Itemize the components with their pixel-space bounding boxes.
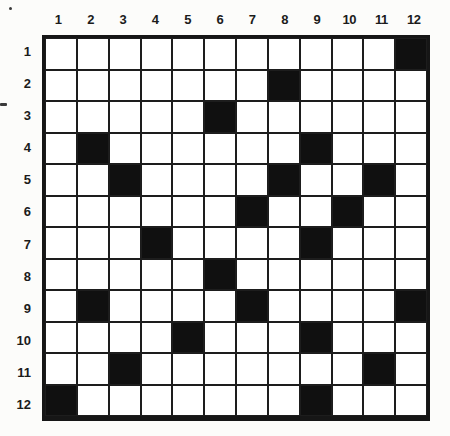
cell-r11c3-block bbox=[109, 353, 141, 385]
cell-r4c10[interactable] bbox=[332, 133, 364, 165]
col-label-4: 4 bbox=[139, 8, 171, 30]
cell-r1c10[interactable] bbox=[332, 38, 364, 70]
cell-r12c9-block bbox=[300, 385, 332, 417]
scan-artifact-dash bbox=[0, 103, 7, 106]
cell-r9c11[interactable] bbox=[363, 290, 395, 322]
cell-r10c8[interactable] bbox=[268, 322, 300, 354]
cell-r12c3[interactable] bbox=[109, 385, 141, 417]
cell-r8c4[interactable] bbox=[141, 259, 173, 291]
row-label-10: 10 bbox=[4, 325, 36, 357]
cell-r12c4[interactable] bbox=[141, 385, 173, 417]
row-label-2: 2 bbox=[4, 67, 36, 99]
row-label-4: 4 bbox=[4, 132, 36, 164]
cell-r10c1[interactable] bbox=[45, 322, 77, 354]
cell-r2c1[interactable] bbox=[45, 70, 77, 102]
cell-r11c4[interactable] bbox=[141, 353, 173, 385]
cell-r5c8-block bbox=[268, 164, 300, 196]
cell-r7c7[interactable] bbox=[236, 227, 268, 259]
cell-r3c8[interactable] bbox=[268, 101, 300, 133]
cell-r4c1[interactable] bbox=[45, 133, 77, 165]
row-label-6: 6 bbox=[4, 196, 36, 228]
cell-r6c12[interactable] bbox=[395, 196, 427, 228]
cell-r12c11[interactable] bbox=[363, 385, 395, 417]
cell-r9c3[interactable] bbox=[109, 290, 141, 322]
cell-r7c5[interactable] bbox=[172, 227, 204, 259]
row-label-12: 12 bbox=[4, 389, 36, 421]
cell-r2c4[interactable] bbox=[141, 70, 173, 102]
cell-r10c3[interactable] bbox=[109, 322, 141, 354]
cell-r5c10[interactable] bbox=[332, 164, 364, 196]
cell-r9c6[interactable] bbox=[204, 290, 236, 322]
row-label-11: 11 bbox=[4, 357, 36, 389]
cell-r2c10[interactable] bbox=[332, 70, 364, 102]
cell-r5c7[interactable] bbox=[236, 164, 268, 196]
cell-r2c2[interactable] bbox=[77, 70, 109, 102]
cell-r7c9-block bbox=[300, 227, 332, 259]
col-label-11: 11 bbox=[365, 8, 397, 30]
cell-r1c6[interactable] bbox=[204, 38, 236, 70]
cell-r9c5[interactable] bbox=[172, 290, 204, 322]
cell-r12c1-block bbox=[45, 385, 77, 417]
col-label-5: 5 bbox=[171, 8, 203, 30]
cell-r5c1[interactable] bbox=[45, 164, 77, 196]
cell-r8c6-block bbox=[204, 259, 236, 291]
scan-artifact-dot bbox=[9, 7, 12, 10]
cell-r7c6[interactable] bbox=[204, 227, 236, 259]
cell-r4c11[interactable] bbox=[363, 133, 395, 165]
cell-r7c1[interactable] bbox=[45, 227, 77, 259]
cell-r9c4[interactable] bbox=[141, 290, 173, 322]
cell-r6c8[interactable] bbox=[268, 196, 300, 228]
cell-r1c12-block bbox=[395, 38, 427, 70]
cell-r9c2-block bbox=[77, 290, 109, 322]
row-label-5: 5 bbox=[4, 164, 36, 196]
cell-r3c9[interactable] bbox=[300, 101, 332, 133]
cell-r7c12[interactable] bbox=[395, 227, 427, 259]
cell-r11c12[interactable] bbox=[395, 353, 427, 385]
cell-r6c2[interactable] bbox=[77, 196, 109, 228]
cell-r1c4[interactable] bbox=[141, 38, 173, 70]
cell-r9c7-block bbox=[236, 290, 268, 322]
col-label-3: 3 bbox=[107, 8, 139, 30]
row-label-8: 8 bbox=[4, 260, 36, 292]
cell-r3c11[interactable] bbox=[363, 101, 395, 133]
cell-r8c12[interactable] bbox=[395, 259, 427, 291]
cell-r8c1[interactable] bbox=[45, 259, 77, 291]
cell-r11c11-block bbox=[363, 353, 395, 385]
cell-r6c11[interactable] bbox=[363, 196, 395, 228]
col-label-6: 6 bbox=[204, 8, 236, 30]
cell-r1c2[interactable] bbox=[77, 38, 109, 70]
cell-r6c1[interactable] bbox=[45, 196, 77, 228]
cell-r12c2[interactable] bbox=[77, 385, 109, 417]
row-label-1: 1 bbox=[4, 35, 36, 67]
cell-r2c7[interactable] bbox=[236, 70, 268, 102]
cell-r12c8[interactable] bbox=[268, 385, 300, 417]
cell-r2c8-block bbox=[268, 70, 300, 102]
cell-r11c2[interactable] bbox=[77, 353, 109, 385]
cell-r8c11[interactable] bbox=[363, 259, 395, 291]
row-label-7: 7 bbox=[4, 228, 36, 260]
puzzle-diagram: 123456789101112 123456789101112 bbox=[0, 0, 450, 436]
cell-r9c12-block bbox=[395, 290, 427, 322]
cell-r8c8[interactable] bbox=[268, 259, 300, 291]
cell-r8c7[interactable] bbox=[236, 259, 268, 291]
cell-r3c3[interactable] bbox=[109, 101, 141, 133]
cell-r2c12[interactable] bbox=[395, 70, 427, 102]
cell-r7c4-block bbox=[141, 227, 173, 259]
row-labels: 123456789101112 bbox=[4, 35, 36, 421]
cell-r1c11[interactable] bbox=[363, 38, 395, 70]
cell-r8c9[interactable] bbox=[300, 259, 332, 291]
cell-r7c10[interactable] bbox=[332, 227, 364, 259]
col-label-9: 9 bbox=[301, 8, 333, 30]
cell-r5c3-block bbox=[109, 164, 141, 196]
cell-r10c12[interactable] bbox=[395, 322, 427, 354]
cell-r1c9[interactable] bbox=[300, 38, 332, 70]
cell-r4c9-block bbox=[300, 133, 332, 165]
cell-r2c11[interactable] bbox=[363, 70, 395, 102]
col-label-7: 7 bbox=[236, 8, 268, 30]
cell-r5c9[interactable] bbox=[300, 164, 332, 196]
cell-r10c6[interactable] bbox=[204, 322, 236, 354]
cell-r5c2[interactable] bbox=[77, 164, 109, 196]
cell-r6c3[interactable] bbox=[109, 196, 141, 228]
cell-r1c5[interactable] bbox=[172, 38, 204, 70]
cell-r6c4[interactable] bbox=[141, 196, 173, 228]
cell-r3c4[interactable] bbox=[141, 101, 173, 133]
cell-r1c8[interactable] bbox=[268, 38, 300, 70]
row-label-9: 9 bbox=[4, 292, 36, 324]
cell-r5c11-block bbox=[363, 164, 395, 196]
cell-r11c6[interactable] bbox=[204, 353, 236, 385]
cell-r5c5[interactable] bbox=[172, 164, 204, 196]
cell-r3c5[interactable] bbox=[172, 101, 204, 133]
cell-r11c1[interactable] bbox=[45, 353, 77, 385]
cell-r12c6[interactable] bbox=[204, 385, 236, 417]
cell-r11c10[interactable] bbox=[332, 353, 364, 385]
cell-r11c8[interactable] bbox=[268, 353, 300, 385]
cell-r3c1[interactable] bbox=[45, 101, 77, 133]
cell-r5c12[interactable] bbox=[395, 164, 427, 196]
cell-r6c7-block bbox=[236, 196, 268, 228]
cell-r2c6[interactable] bbox=[204, 70, 236, 102]
cell-r10c10[interactable] bbox=[332, 322, 364, 354]
cell-r3c2[interactable] bbox=[77, 101, 109, 133]
board bbox=[42, 35, 430, 421]
cell-r1c1[interactable] bbox=[45, 38, 77, 70]
cell-r12c12[interactable] bbox=[395, 385, 427, 417]
cell-r4c3[interactable] bbox=[109, 133, 141, 165]
col-label-10: 10 bbox=[333, 8, 365, 30]
cell-r6c9[interactable] bbox=[300, 196, 332, 228]
cell-r4c5[interactable] bbox=[172, 133, 204, 165]
cell-r10c5-block bbox=[172, 322, 204, 354]
cell-r1c3[interactable] bbox=[109, 38, 141, 70]
column-labels: 123456789101112 bbox=[42, 8, 430, 30]
cell-r7c8[interactable] bbox=[268, 227, 300, 259]
cell-r5c4[interactable] bbox=[141, 164, 173, 196]
cell-r8c2[interactable] bbox=[77, 259, 109, 291]
cell-r2c3[interactable] bbox=[109, 70, 141, 102]
cell-r9c1[interactable] bbox=[45, 290, 77, 322]
cell-r10c2[interactable] bbox=[77, 322, 109, 354]
cell-r8c3[interactable] bbox=[109, 259, 141, 291]
cell-r12c5[interactable] bbox=[172, 385, 204, 417]
cell-r9c9[interactable] bbox=[300, 290, 332, 322]
cell-r3c12[interactable] bbox=[395, 101, 427, 133]
cell-r12c10[interactable] bbox=[332, 385, 364, 417]
cell-r4c4[interactable] bbox=[141, 133, 173, 165]
cell-r10c4[interactable] bbox=[141, 322, 173, 354]
cell-r3c6-block bbox=[204, 101, 236, 133]
cell-r8c5[interactable] bbox=[172, 259, 204, 291]
col-label-8: 8 bbox=[268, 8, 300, 30]
cell-r7c3[interactable] bbox=[109, 227, 141, 259]
cell-r4c8[interactable] bbox=[268, 133, 300, 165]
cell-r2c5[interactable] bbox=[172, 70, 204, 102]
cell-r3c10[interactable] bbox=[332, 101, 364, 133]
col-label-12: 12 bbox=[398, 8, 430, 30]
cell-r2c9[interactable] bbox=[300, 70, 332, 102]
cell-r11c7[interactable] bbox=[236, 353, 268, 385]
cell-r9c8[interactable] bbox=[268, 290, 300, 322]
row-label-3: 3 bbox=[4, 99, 36, 131]
cell-r6c10-block bbox=[332, 196, 364, 228]
col-label-1: 1 bbox=[42, 8, 74, 30]
cell-r10c7[interactable] bbox=[236, 322, 268, 354]
cell-r11c5[interactable] bbox=[172, 353, 204, 385]
cell-r10c9-block bbox=[300, 322, 332, 354]
cell-r4c2-block bbox=[77, 133, 109, 165]
cell-r6c5[interactable] bbox=[172, 196, 204, 228]
cell-r11c9[interactable] bbox=[300, 353, 332, 385]
cell-r4c7[interactable] bbox=[236, 133, 268, 165]
cell-r6c6[interactable] bbox=[204, 196, 236, 228]
cell-r8c10[interactable] bbox=[332, 259, 364, 291]
cell-r9c10[interactable] bbox=[332, 290, 364, 322]
cell-r4c6[interactable] bbox=[204, 133, 236, 165]
col-label-2: 2 bbox=[74, 8, 106, 30]
cell-r5c6[interactable] bbox=[204, 164, 236, 196]
cell-r7c2[interactable] bbox=[77, 227, 109, 259]
cell-r12c7[interactable] bbox=[236, 385, 268, 417]
cell-r4c12[interactable] bbox=[395, 133, 427, 165]
cell-r10c11[interactable] bbox=[363, 322, 395, 354]
cell-r1c7[interactable] bbox=[236, 38, 268, 70]
cell-r3c7[interactable] bbox=[236, 101, 268, 133]
cell-r7c11[interactable] bbox=[363, 227, 395, 259]
